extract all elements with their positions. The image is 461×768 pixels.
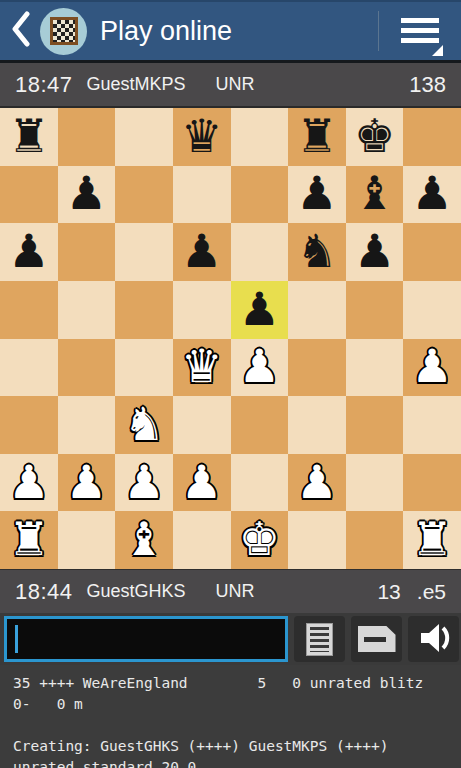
chessboard-logo-icon [50, 17, 78, 45]
square-c7[interactable] [115, 166, 173, 224]
piece-white-knight: ♞ [123, 401, 164, 447]
opponent-rating: UNR [216, 74, 255, 95]
square-f7[interactable]: ♟ [288, 166, 346, 224]
square-g6[interactable]: ♟ [346, 223, 404, 281]
chess-app-screen: Play online 18:47 GuestMKPS UNR 138 ♜♛♜♚… [0, 0, 461, 768]
square-h1[interactable]: ♜ [403, 511, 461, 569]
square-e8[interactable] [231, 108, 289, 166]
square-g2[interactable] [346, 454, 404, 512]
square-b7[interactable]: ♟ [58, 166, 116, 224]
piece-black-king: ♚ [354, 113, 395, 159]
square-d7[interactable] [173, 166, 231, 224]
square-b6[interactable] [58, 223, 116, 281]
square-d5[interactable] [173, 281, 231, 339]
piece-black-pawn: ♟ [354, 228, 395, 274]
app-logo-icon[interactable] [40, 8, 87, 55]
square-c2[interactable]: ♟ [115, 454, 173, 512]
square-f8[interactable]: ♜ [288, 108, 346, 166]
piece-white-bishop: ♝ [123, 516, 164, 562]
square-h8[interactable] [403, 108, 461, 166]
text-cursor [15, 625, 18, 653]
piece-white-king: ♚ [239, 516, 280, 562]
square-g5[interactable] [346, 281, 404, 339]
square-e6[interactable] [231, 223, 289, 281]
square-c1[interactable]: ♝ [115, 511, 173, 569]
square-a7[interactable] [0, 166, 58, 224]
square-d6[interactable]: ♟ [173, 223, 231, 281]
square-b2[interactable]: ♟ [58, 454, 116, 512]
square-c8[interactable] [115, 108, 173, 166]
square-g4[interactable] [346, 339, 404, 397]
square-a1[interactable]: ♜ [0, 511, 58, 569]
square-a3[interactable] [0, 396, 58, 454]
app-header: Play online [0, 0, 461, 63]
piece-white-pawn: ♟ [181, 459, 222, 505]
square-e2[interactable] [231, 454, 289, 512]
square-f2[interactable]: ♟ [288, 454, 346, 512]
chess-board: ♜♛♜♚♟♟♝♟♟♟♞♟♟♛♟♟♞♟♟♟♟♟♜♝♚♜ [0, 108, 461, 569]
square-g7[interactable]: ♝ [346, 166, 404, 224]
menu-overflow-icon [401, 18, 439, 44]
piece-white-pawn: ♟ [66, 459, 107, 505]
square-e3[interactable] [231, 396, 289, 454]
player-rating: UNR [216, 581, 255, 602]
player-info-bar: 18:44 GuestGHKS UNR 13 .e5 [0, 569, 461, 613]
back-button[interactable] [8, 7, 34, 55]
server-console: 35 ++++ WeAreEngland 5 0 unrated blitz 0… [0, 665, 461, 768]
square-a6[interactable]: ♟ [0, 223, 58, 281]
square-a5[interactable] [0, 281, 58, 339]
square-h4[interactable]: ♟ [403, 339, 461, 397]
square-f5[interactable] [288, 281, 346, 339]
console-line: 35 ++++ WeAreEngland 5 0 unrated blitz [13, 673, 461, 694]
square-g3[interactable] [346, 396, 404, 454]
piece-black-bishop: ♝ [354, 170, 395, 216]
console-log-button[interactable] [294, 616, 345, 662]
chat-bubble-icon [358, 626, 396, 652]
square-d8[interactable]: ♛ [173, 108, 231, 166]
menu-button[interactable] [379, 0, 461, 63]
player-clock: 18:44 [15, 579, 73, 605]
square-d2[interactable]: ♟ [173, 454, 231, 512]
square-e4[interactable]: ♟ [231, 339, 289, 397]
square-h6[interactable] [403, 223, 461, 281]
chat-row [0, 613, 461, 665]
piece-black-pawn: ♟ [8, 228, 49, 274]
console-line: 0- 0 m [13, 694, 461, 715]
square-c5[interactable] [115, 281, 173, 339]
page-title: Play online [100, 16, 378, 47]
square-a4[interactable] [0, 339, 58, 397]
piece-white-rook: ♜ [412, 516, 453, 562]
square-e5[interactable]: ♟ [231, 281, 289, 339]
square-b4[interactable] [58, 339, 116, 397]
player-name: GuestGHKS [87, 581, 186, 602]
square-c6[interactable] [115, 223, 173, 281]
piece-black-pawn: ♟ [412, 170, 453, 216]
square-h3[interactable] [403, 396, 461, 454]
console-line [13, 715, 461, 736]
square-f1[interactable] [288, 511, 346, 569]
piece-black-pawn: ♟ [296, 170, 337, 216]
square-g8[interactable]: ♚ [346, 108, 404, 166]
square-b3[interactable] [58, 396, 116, 454]
square-f3[interactable] [288, 396, 346, 454]
square-b1[interactable] [58, 511, 116, 569]
piece-white-pawn: ♟ [8, 459, 49, 505]
square-a8[interactable]: ♜ [0, 108, 58, 166]
square-h5[interactable] [403, 281, 461, 339]
piece-black-rook: ♜ [8, 113, 49, 159]
sound-toggle-button[interactable] [408, 616, 459, 662]
last-move: .e5 [417, 580, 446, 604]
square-c3[interactable]: ♞ [115, 396, 173, 454]
piece-black-knight: ♞ [296, 228, 337, 274]
piece-white-pawn: ♟ [123, 459, 164, 505]
opponent-info-bar: 18:47 GuestMKPS UNR 138 [0, 63, 461, 108]
square-h7[interactable]: ♟ [403, 166, 461, 224]
move-number: 13 [377, 580, 400, 604]
square-f6[interactable]: ♞ [288, 223, 346, 281]
chat-bubble-button[interactable] [351, 616, 402, 662]
console-line: Creating: GuestGHKS (++++) GuestMKPS (++… [13, 736, 461, 757]
piece-white-pawn: ♟ [239, 343, 280, 389]
square-d1[interactable] [173, 511, 231, 569]
piece-white-rook: ♜ [8, 516, 49, 562]
square-c4[interactable] [115, 339, 173, 397]
square-h2[interactable] [403, 454, 461, 512]
square-d4[interactable]: ♛ [173, 339, 231, 397]
speaker-icon [416, 620, 452, 659]
piece-black-queen: ♛ [181, 113, 222, 159]
square-e1[interactable]: ♚ [231, 511, 289, 569]
chat-input[interactable] [4, 616, 288, 662]
square-f4[interactable] [288, 339, 346, 397]
chevron-left-icon [10, 11, 32, 51]
piece-black-pawn: ♟ [66, 170, 107, 216]
square-b8[interactable] [58, 108, 116, 166]
opponent-info-value: 138 [409, 72, 446, 98]
square-d3[interactable] [173, 396, 231, 454]
piece-white-pawn: ♟ [412, 343, 453, 389]
opponent-clock: 18:47 [15, 72, 73, 98]
opponent-name: GuestMKPS [87, 74, 186, 95]
piece-black-pawn: ♟ [239, 286, 280, 332]
square-b5[interactable] [58, 281, 116, 339]
square-e7[interactable] [231, 166, 289, 224]
console-line: unrated standard 20 0 [13, 757, 461, 768]
document-lines-icon [306, 623, 333, 656]
piece-white-queen: ♛ [181, 343, 222, 389]
square-g1[interactable] [346, 511, 404, 569]
square-a2[interactable]: ♟ [0, 454, 58, 512]
piece-black-pawn: ♟ [181, 228, 222, 274]
piece-white-pawn: ♟ [296, 459, 337, 505]
piece-black-rook: ♜ [296, 113, 337, 159]
